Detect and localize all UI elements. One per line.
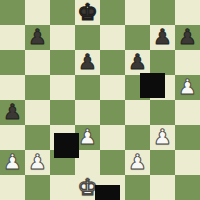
- square-e4[interactable]: [100, 100, 125, 125]
- piece-white-pawn[interactable]: ♟: [28, 150, 47, 175]
- square-g8[interactable]: [150, 0, 175, 25]
- square-d4[interactable]: [75, 100, 100, 125]
- piece-white-pawn[interactable]: ♟: [3, 150, 22, 175]
- square-g1[interactable]: [150, 175, 175, 200]
- square-f1[interactable]: [125, 175, 150, 200]
- square-h1[interactable]: [175, 175, 200, 200]
- piece-white-pawn[interactable]: ♟: [78, 125, 97, 150]
- piece-black-pawn[interactable]: ♟: [128, 50, 147, 75]
- square-b7[interactable]: ♟: [25, 25, 50, 50]
- square-g7[interactable]: ♟: [150, 25, 175, 50]
- square-c6[interactable]: [50, 50, 75, 75]
- square-b2[interactable]: ♟: [25, 150, 50, 175]
- square-d7[interactable]: [75, 25, 100, 50]
- square-e7[interactable]: [100, 25, 125, 50]
- square-h4[interactable]: [175, 100, 200, 125]
- square-f8[interactable]: [125, 0, 150, 25]
- square-b4[interactable]: [25, 100, 50, 125]
- piece-black-pawn[interactable]: ♟: [3, 100, 22, 125]
- square-d8[interactable]: ♚: [75, 0, 100, 25]
- piece-white-pawn[interactable]: ♟: [178, 75, 197, 100]
- square-c8[interactable]: [50, 0, 75, 25]
- square-e8[interactable]: [100, 0, 125, 25]
- square-g2[interactable]: [150, 150, 175, 175]
- piece-black-pawn[interactable]: ♟: [78, 50, 97, 75]
- square-a2[interactable]: ♟: [0, 150, 25, 175]
- square-b5[interactable]: [25, 75, 50, 100]
- square-h5[interactable]: ♟: [175, 75, 200, 100]
- square-h8[interactable]: [175, 0, 200, 25]
- square-f3[interactable]: [125, 125, 150, 150]
- square-c7[interactable]: [50, 25, 75, 50]
- square-b3[interactable]: [25, 125, 50, 150]
- square-e6[interactable]: [100, 50, 125, 75]
- piece-black-pawn[interactable]: ♟: [178, 25, 197, 50]
- square-b1[interactable]: [25, 175, 50, 200]
- square-g3[interactable]: ♟: [150, 125, 175, 150]
- square-e3[interactable]: [100, 125, 125, 150]
- black-overlay-2[interactable]: [54, 133, 79, 158]
- piece-black-pawn[interactable]: ♟: [153, 25, 172, 50]
- square-a4[interactable]: ♟: [0, 100, 25, 125]
- chess-board-stage: ♚♟♟♟♟♟♟♟♟♟♟♟♟♚: [0, 0, 200, 200]
- square-h6[interactable]: [175, 50, 200, 75]
- square-c1[interactable]: [50, 175, 75, 200]
- square-d6[interactable]: ♟: [75, 50, 100, 75]
- piece-black-king[interactable]: ♚: [77, 0, 98, 25]
- square-a1[interactable]: [0, 175, 25, 200]
- piece-white-pawn[interactable]: ♟: [128, 150, 147, 175]
- square-c4[interactable]: [50, 100, 75, 125]
- square-f6[interactable]: ♟: [125, 50, 150, 75]
- black-overlay-3[interactable]: [95, 185, 120, 200]
- square-a8[interactable]: [0, 0, 25, 25]
- square-e5[interactable]: [100, 75, 125, 100]
- square-f2[interactable]: ♟: [125, 150, 150, 175]
- chess-board: ♚♟♟♟♟♟♟♟♟♟♟♟♟♚: [0, 0, 200, 200]
- square-b6[interactable]: [25, 50, 50, 75]
- square-b8[interactable]: [25, 0, 50, 25]
- square-a3[interactable]: [0, 125, 25, 150]
- piece-white-pawn[interactable]: ♟: [153, 125, 172, 150]
- square-f4[interactable]: [125, 100, 150, 125]
- square-a5[interactable]: [0, 75, 25, 100]
- square-c5[interactable]: [50, 75, 75, 100]
- square-a7[interactable]: [0, 25, 25, 50]
- square-h7[interactable]: ♟: [175, 25, 200, 50]
- square-e2[interactable]: [100, 150, 125, 175]
- piece-black-pawn[interactable]: ♟: [28, 25, 47, 50]
- square-a6[interactable]: [0, 50, 25, 75]
- square-f7[interactable]: [125, 25, 150, 50]
- square-g6[interactable]: [150, 50, 175, 75]
- black-overlay-1[interactable]: [140, 73, 165, 98]
- square-h3[interactable]: [175, 125, 200, 150]
- square-d5[interactable]: [75, 75, 100, 100]
- square-h2[interactable]: [175, 150, 200, 175]
- square-g4[interactable]: [150, 100, 175, 125]
